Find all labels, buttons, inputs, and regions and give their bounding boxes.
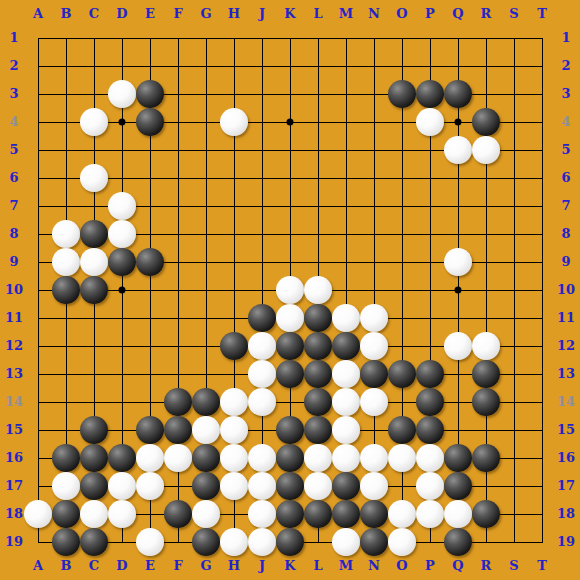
white-stone (248, 388, 276, 416)
coord-label-bottom: S (500, 558, 528, 574)
coord-label-right: 7 (552, 198, 580, 214)
star-point (455, 287, 462, 294)
coord-label-right: 13 (552, 366, 580, 382)
coord-label-left: 11 (0, 310, 28, 326)
white-stone (360, 388, 388, 416)
black-stone (276, 472, 304, 500)
white-stone (136, 528, 164, 556)
coord-label-top: P (416, 6, 444, 22)
coord-label-top: N (360, 6, 388, 22)
coord-label-top: T (528, 6, 556, 22)
coord-label-bottom: H (220, 558, 248, 574)
black-stone (304, 416, 332, 444)
white-stone (416, 108, 444, 136)
black-stone (472, 444, 500, 472)
coord-label-bottom: G (192, 558, 220, 574)
go-board[interactable]: AABBCCDDEEFFGGHHJJKKLLMMNNOOPPQQRRSSTT11… (0, 0, 580, 580)
grid-line (38, 402, 543, 403)
coord-label-left: 9 (0, 254, 28, 270)
black-stone (52, 276, 80, 304)
black-stone (444, 472, 472, 500)
white-stone (108, 472, 136, 500)
coord-label-right: 15 (552, 422, 580, 438)
coord-label-bottom: D (108, 558, 136, 574)
white-stone (332, 416, 360, 444)
white-stone (52, 472, 80, 500)
white-stone (220, 444, 248, 472)
black-stone (360, 528, 388, 556)
white-stone (80, 500, 108, 528)
coord-label-right: 10 (552, 282, 580, 298)
coord-label-left: 3 (0, 86, 28, 102)
white-stone (108, 80, 136, 108)
coord-label-bottom: O (388, 558, 416, 574)
coord-label-left: 13 (0, 366, 28, 382)
black-stone (52, 528, 80, 556)
white-stone (332, 388, 360, 416)
black-stone (192, 528, 220, 556)
coord-label-top: H (220, 6, 248, 22)
black-stone (80, 416, 108, 444)
white-stone (136, 444, 164, 472)
white-stone (360, 444, 388, 472)
white-stone (80, 164, 108, 192)
coord-label-bottom: K (276, 558, 304, 574)
coord-label-bottom: P (416, 558, 444, 574)
white-stone (416, 500, 444, 528)
black-stone (52, 444, 80, 472)
white-stone (52, 248, 80, 276)
white-stone (248, 360, 276, 388)
white-stone (388, 444, 416, 472)
white-stone (248, 500, 276, 528)
coord-label-right: 11 (552, 310, 580, 326)
coord-label-bottom: N (360, 558, 388, 574)
black-stone (388, 360, 416, 388)
black-stone (332, 332, 360, 360)
coord-label-top: F (164, 6, 192, 22)
coord-label-right: 3 (552, 86, 580, 102)
black-stone (136, 416, 164, 444)
white-stone (304, 276, 332, 304)
black-stone (360, 500, 388, 528)
coord-label-bottom: C (80, 558, 108, 574)
black-stone (80, 472, 108, 500)
white-stone (248, 472, 276, 500)
black-stone (472, 388, 500, 416)
white-stone (24, 500, 52, 528)
black-stone (416, 388, 444, 416)
white-stone (304, 472, 332, 500)
coord-label-top: Q (444, 6, 472, 22)
coord-label-left: 4 (0, 114, 28, 130)
white-stone (360, 304, 388, 332)
black-stone (276, 500, 304, 528)
coord-label-left: 2 (0, 58, 28, 74)
coord-label-top: B (52, 6, 80, 22)
black-stone (136, 80, 164, 108)
black-stone (52, 500, 80, 528)
coord-label-top: R (472, 6, 500, 22)
black-stone (164, 388, 192, 416)
coord-label-right: 18 (552, 506, 580, 522)
white-stone (248, 528, 276, 556)
white-stone (80, 108, 108, 136)
coord-label-bottom: R (472, 558, 500, 574)
coord-label-left: 15 (0, 422, 28, 438)
white-stone (80, 248, 108, 276)
white-stone (332, 360, 360, 388)
black-stone (80, 528, 108, 556)
star-point (119, 287, 126, 294)
coord-label-bottom: Q (444, 558, 472, 574)
black-stone (136, 248, 164, 276)
black-stone (276, 360, 304, 388)
white-stone (192, 416, 220, 444)
coord-label-bottom: J (248, 558, 276, 574)
coord-label-left: 12 (0, 338, 28, 354)
black-stone (80, 220, 108, 248)
coord-label-top: J (248, 6, 276, 22)
black-stone (192, 472, 220, 500)
white-stone (332, 528, 360, 556)
white-stone (332, 444, 360, 472)
coord-label-top: M (332, 6, 360, 22)
white-stone (304, 444, 332, 472)
black-stone (360, 360, 388, 388)
white-stone (388, 500, 416, 528)
white-stone (276, 304, 304, 332)
black-stone (332, 472, 360, 500)
white-stone (220, 388, 248, 416)
grid-line (514, 38, 515, 543)
coord-label-top: L (304, 6, 332, 22)
white-stone (276, 276, 304, 304)
coord-label-left: 1 (0, 30, 28, 46)
coord-label-right: 1 (552, 30, 580, 46)
black-stone (304, 332, 332, 360)
coord-label-top: D (108, 6, 136, 22)
coord-label-bottom: L (304, 558, 332, 574)
black-stone (276, 444, 304, 472)
coord-label-top: A (24, 6, 52, 22)
black-stone (332, 500, 360, 528)
coord-label-right: 19 (552, 534, 580, 550)
coord-label-bottom: A (24, 558, 52, 574)
black-stone (276, 332, 304, 360)
white-stone (444, 248, 472, 276)
coord-label-left: 5 (0, 142, 28, 158)
black-stone (192, 444, 220, 472)
coord-label-top: C (80, 6, 108, 22)
black-stone (444, 80, 472, 108)
coord-label-left: 6 (0, 170, 28, 186)
coord-label-bottom: B (52, 558, 80, 574)
white-stone (248, 444, 276, 472)
white-stone (472, 332, 500, 360)
coord-label-left: 7 (0, 198, 28, 214)
coord-label-left: 10 (0, 282, 28, 298)
white-stone (248, 332, 276, 360)
white-stone (220, 528, 248, 556)
black-stone (192, 388, 220, 416)
black-stone (108, 444, 136, 472)
black-stone (416, 416, 444, 444)
white-stone (360, 332, 388, 360)
black-stone (304, 388, 332, 416)
white-stone (220, 108, 248, 136)
coord-label-left: 18 (0, 506, 28, 522)
coord-label-left: 19 (0, 534, 28, 550)
coord-label-right: 17 (552, 478, 580, 494)
black-stone (304, 500, 332, 528)
coord-label-right: 2 (552, 58, 580, 74)
white-stone (108, 500, 136, 528)
black-stone (444, 444, 472, 472)
black-stone (416, 360, 444, 388)
white-stone (444, 136, 472, 164)
white-stone (332, 304, 360, 332)
white-stone (444, 332, 472, 360)
white-stone (164, 444, 192, 472)
white-stone (220, 416, 248, 444)
coord-label-top: E (136, 6, 164, 22)
coord-label-right: 6 (552, 170, 580, 186)
black-stone (136, 108, 164, 136)
coord-label-bottom: E (136, 558, 164, 574)
black-stone (276, 528, 304, 556)
black-stone (304, 304, 332, 332)
white-stone (360, 472, 388, 500)
coord-label-right: 14 (552, 394, 580, 410)
black-stone (388, 416, 416, 444)
coord-label-top: O (388, 6, 416, 22)
black-stone (248, 304, 276, 332)
grid-line (542, 38, 543, 543)
white-stone (192, 500, 220, 528)
white-stone (416, 472, 444, 500)
white-stone (52, 220, 80, 248)
coord-label-right: 9 (552, 254, 580, 270)
white-stone (108, 220, 136, 248)
coord-label-top: G (192, 6, 220, 22)
coord-label-left: 17 (0, 478, 28, 494)
black-stone (220, 332, 248, 360)
white-stone (472, 136, 500, 164)
white-stone (388, 528, 416, 556)
black-stone (472, 108, 500, 136)
black-stone (80, 444, 108, 472)
white-stone (444, 500, 472, 528)
white-stone (108, 192, 136, 220)
star-point (287, 119, 294, 126)
coord-label-top: K (276, 6, 304, 22)
black-stone (472, 500, 500, 528)
coord-label-bottom: M (332, 558, 360, 574)
black-stone (304, 360, 332, 388)
coord-label-bottom: T (528, 558, 556, 574)
black-stone (276, 416, 304, 444)
coord-label-bottom: F (164, 558, 192, 574)
white-stone (220, 472, 248, 500)
coord-label-right: 12 (552, 338, 580, 354)
coord-label-left: 14 (0, 394, 28, 410)
star-point (455, 119, 462, 126)
black-stone (80, 276, 108, 304)
black-stone (388, 80, 416, 108)
black-stone (108, 248, 136, 276)
coord-label-right: 16 (552, 450, 580, 466)
black-stone (164, 416, 192, 444)
black-stone (444, 528, 472, 556)
coord-label-right: 4 (552, 114, 580, 130)
star-point (119, 119, 126, 126)
black-stone (164, 500, 192, 528)
coord-label-right: 5 (552, 142, 580, 158)
coord-label-right: 8 (552, 226, 580, 242)
black-stone (472, 360, 500, 388)
black-stone (416, 80, 444, 108)
coord-label-top: S (500, 6, 528, 22)
coord-label-left: 16 (0, 450, 28, 466)
white-stone (416, 444, 444, 472)
white-stone (136, 472, 164, 500)
coord-label-left: 8 (0, 226, 28, 242)
